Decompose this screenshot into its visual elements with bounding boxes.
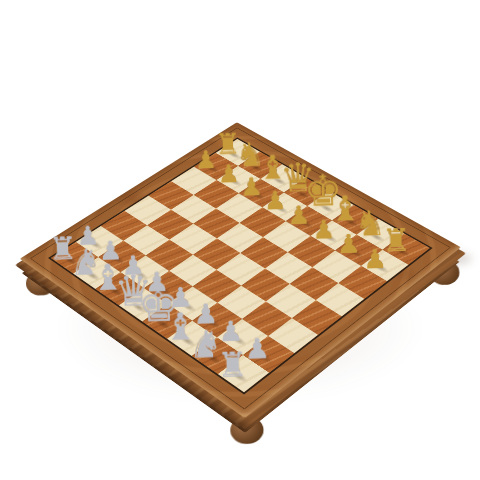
product-photo-scene: ♜♞♝♛♚♝♞♜♟♟♟♟♟♟♟♟♟♟♟♟♟♟♟♟♜♞♝♛♚♝♞♜ bbox=[0, 0, 480, 480]
chess-board: ♜♞♝♛♚♝♞♜♟♟♟♟♟♟♟♟♟♟♟♟♟♟♟♟♜♞♝♛♚♝♞♜ bbox=[20, 122, 461, 418]
piece-black-pawn[interactable]: ♟ bbox=[357, 246, 392, 273]
board-top-briar-border: ♜♞♝♛♚♝♞♜♟♟♟♟♟♟♟♟♟♟♟♟♟♟♟♟♜♞♝♛♚♝♞♜ bbox=[20, 122, 461, 418]
board-grid: ♜♞♝♛♚♝♞♜♟♟♟♟♟♟♟♟♟♟♟♟♟♟♟♟♜♞♝♛♚♝♞♜ bbox=[48, 137, 433, 394]
piece-white-rook[interactable]: ♜ bbox=[213, 347, 251, 382]
